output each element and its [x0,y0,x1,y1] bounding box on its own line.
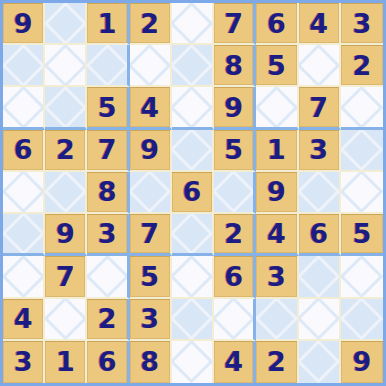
cell-r1c3: 1 [87,3,129,45]
cell-r3c5[interactable] [172,87,214,129]
cell-r1c2[interactable] [45,3,87,45]
cell-r1c5[interactable] [172,3,214,45]
cell-r4c7: 1 [256,130,298,172]
cell-r4c8: 3 [299,130,341,172]
cell-r9c8[interactable] [299,341,341,383]
cell-r8c7[interactable] [256,299,298,341]
cell-r6c7: 4 [256,214,298,256]
cell-r7c6: 6 [214,256,256,298]
cell-r6c6: 2 [214,214,256,256]
cell-r2c9: 2 [341,45,383,87]
cell-r4c6: 5 [214,130,256,172]
cell-r7c8[interactable] [299,256,341,298]
cell-r7c7: 3 [256,256,298,298]
cell-r9c7: 2 [256,341,298,383]
cell-r2c3[interactable] [87,45,129,87]
cell-r4c4: 9 [130,130,172,172]
cell-r9c3: 6 [87,341,129,383]
cell-r6c4: 7 [130,214,172,256]
cell-r8c1: 4 [3,299,45,341]
cell-r3c1[interactable] [3,87,45,129]
cell-r8c8[interactable] [299,299,341,341]
cell-r4c5[interactable] [172,130,214,172]
cell-r3c8: 7 [299,87,341,129]
cell-r1c4: 2 [130,3,172,45]
cell-r7c2: 7 [45,256,87,298]
cell-r7c3[interactable] [87,256,129,298]
cell-r5c9[interactable] [341,172,383,214]
cell-r8c9[interactable] [341,299,383,341]
cell-r3c3: 5 [87,87,129,129]
cell-r7c1[interactable] [3,256,45,298]
cell-r8c5[interactable] [172,299,214,341]
cell-r4c1: 6 [3,130,45,172]
cell-r2c4[interactable] [130,45,172,87]
cell-r6c2: 9 [45,214,87,256]
cell-r1c9: 3 [341,3,383,45]
cell-r5c2[interactable] [45,172,87,214]
cell-r6c1[interactable] [3,214,45,256]
cell-r5c5: 6 [172,172,214,214]
cell-r5c6[interactable] [214,172,256,214]
cell-r4c9[interactable] [341,130,383,172]
cell-r4c2: 2 [45,130,87,172]
cell-r7c4: 5 [130,256,172,298]
cell-r1c6: 7 [214,3,256,45]
cell-r2c7: 5 [256,45,298,87]
cell-r6c8: 6 [299,214,341,256]
cell-r4c3: 7 [87,130,129,172]
cell-r2c8[interactable] [299,45,341,87]
cell-r8c3: 2 [87,299,129,341]
cell-r2c5[interactable] [172,45,214,87]
cell-r6c5[interactable] [172,214,214,256]
cell-r6c9: 5 [341,214,383,256]
sudoku-board: 9127643852549762795138699372465756342331… [0,0,386,386]
cell-r3c4: 4 [130,87,172,129]
cell-r7c9[interactable] [341,256,383,298]
cell-r9c4: 8 [130,341,172,383]
cell-r6c3: 3 [87,214,129,256]
cell-r8c6[interactable] [214,299,256,341]
cell-r2c1[interactable] [3,45,45,87]
cell-r1c1: 9 [3,3,45,45]
cell-r5c1[interactable] [3,172,45,214]
cell-r3c9[interactable] [341,87,383,129]
cell-r5c7: 9 [256,172,298,214]
cell-r9c9: 9 [341,341,383,383]
cell-r3c6: 9 [214,87,256,129]
cell-r9c2: 1 [45,341,87,383]
cell-r8c4: 3 [130,299,172,341]
cell-r8c2[interactable] [45,299,87,341]
cell-r9c1: 3 [3,341,45,383]
cell-r1c8: 4 [299,3,341,45]
cell-r9c6: 4 [214,341,256,383]
cell-r5c8[interactable] [299,172,341,214]
cell-r2c6: 8 [214,45,256,87]
cell-r3c2[interactable] [45,87,87,129]
cell-r2c2[interactable] [45,45,87,87]
cell-r5c3: 8 [87,172,129,214]
cell-r7c5[interactable] [172,256,214,298]
cell-r9c5[interactable] [172,341,214,383]
cell-r1c7: 6 [256,3,298,45]
cell-r3c7[interactable] [256,87,298,129]
cell-r5c4[interactable] [130,172,172,214]
